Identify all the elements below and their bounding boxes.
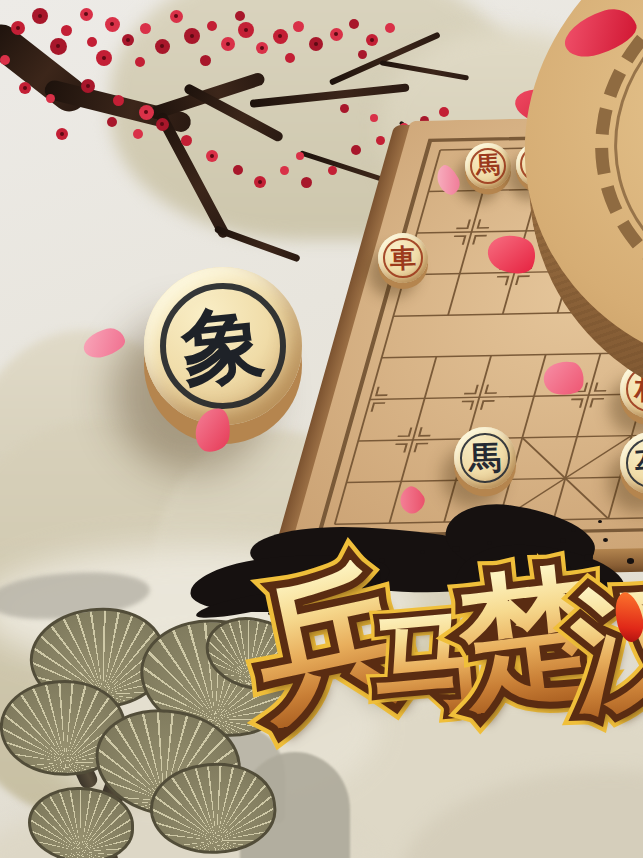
pine-foliage-pad (28, 787, 134, 858)
plum-blossom (235, 11, 245, 21)
plum-blossom-center (60, 132, 64, 136)
plum-blossom-center (160, 44, 164, 48)
plum-blossom (181, 135, 192, 146)
plum-blossom-center (278, 34, 282, 38)
plum-blossom (140, 23, 151, 34)
plum-blossom (293, 21, 304, 32)
plum-blossom (349, 19, 359, 29)
board-piece-black-horse[interactable]: 馬 (454, 427, 516, 489)
board-piece-black-elephant: 象 (144, 267, 302, 425)
plum-blossom (113, 95, 124, 106)
plum-blossom-center (23, 86, 27, 90)
piece-character: 馬 (453, 426, 517, 490)
ink-speckle (420, 550, 425, 554)
piece-character: 馬 (464, 142, 512, 190)
ink-speckle (603, 538, 608, 542)
ink-speckle (487, 541, 492, 545)
plum-blossom-center (160, 122, 164, 126)
plum-blossom (87, 37, 97, 47)
plum-blossom-center (144, 110, 148, 114)
plum-blossom (133, 129, 143, 139)
plum-blossom-center (110, 22, 114, 26)
plum-blossom (370, 114, 378, 122)
piece-character: 象 (136, 259, 310, 433)
plum-blossom (207, 21, 217, 31)
plum-blossom-center (226, 42, 230, 46)
plum-blossom (107, 117, 117, 127)
plum-blossom (301, 177, 312, 188)
board-piece-red-horse[interactable]: 馬 (465, 143, 511, 189)
ink-speckle (627, 558, 634, 564)
plum-blossom-center (334, 32, 338, 36)
plum-blossom (200, 55, 211, 66)
plum-blossom (280, 166, 289, 175)
plum-blossom (135, 57, 145, 67)
plum-blossom (233, 165, 243, 175)
plum-blossom-center (190, 34, 194, 38)
piece-character: 車 (377, 232, 429, 284)
plum-blossom (0, 55, 10, 65)
plum-blossom (61, 25, 72, 36)
plum-blossom-center (102, 56, 106, 60)
plum-blossom (439, 107, 449, 117)
plum-blossom-center (314, 42, 318, 46)
plum-blossom-center (86, 84, 90, 88)
plum-blossom-center (16, 26, 20, 30)
plum-blossom (285, 53, 295, 63)
plum-blossom-center (126, 38, 130, 42)
plum-blossom-center (260, 46, 264, 50)
plum-blossom-center (56, 44, 60, 48)
board-piece-red-chariot[interactable]: 車 (378, 233, 428, 283)
plum-blossom-center (370, 38, 374, 42)
plum-blossom (376, 136, 385, 145)
plum-blossom (358, 50, 367, 59)
plum-blossom-center (244, 28, 248, 32)
plum-blossom (385, 23, 395, 33)
ink-speckle (560, 538, 566, 543)
plum-blossom-center (84, 12, 88, 16)
splash-screen: 馬炮車馬相卒象 兵兵兵马马马楚楚楚汉汉汉 兵 (0, 0, 643, 858)
ink-speckle (571, 528, 576, 532)
plum-blossom (296, 152, 304, 160)
plum-blossom-center (38, 14, 42, 18)
plum-blossom (46, 94, 55, 103)
plum-blossom-center (210, 154, 214, 158)
plum-blossom (351, 145, 361, 155)
plum-blossom-center (174, 14, 178, 18)
plum-blossom (328, 166, 337, 175)
plum-blossom (340, 104, 349, 113)
plum-blossom-center (258, 180, 262, 184)
